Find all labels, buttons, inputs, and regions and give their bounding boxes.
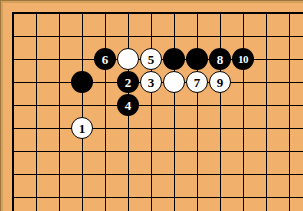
stone-white-9: 9 xyxy=(209,71,231,93)
move-number: 7 xyxy=(194,76,201,89)
move-number: 4 xyxy=(125,99,132,112)
grid-line-horizontal xyxy=(12,197,303,198)
stone-black-6: 6 xyxy=(94,48,116,70)
move-number: 8 xyxy=(217,53,224,66)
stone-white-1: 1 xyxy=(71,117,93,139)
move-number: 1 xyxy=(79,122,86,135)
grid-line-vertical xyxy=(59,12,60,211)
stone-black-8: 8 xyxy=(209,48,231,70)
stone-black xyxy=(186,48,208,70)
move-number: 10 xyxy=(238,54,248,65)
grid-line-horizontal xyxy=(12,105,303,106)
go-board[interactable]: 12345678910 xyxy=(3,3,303,211)
move-number: 5 xyxy=(148,53,155,66)
grid-line-vertical xyxy=(36,12,37,211)
grid-line-vertical xyxy=(12,12,14,211)
stone-white xyxy=(117,48,139,70)
stone-black-2: 2 xyxy=(117,71,139,93)
stone-black xyxy=(163,48,185,70)
grid-line-vertical xyxy=(289,12,290,211)
grid-line-vertical xyxy=(82,12,83,211)
grid-line-vertical xyxy=(220,12,221,211)
move-number: 3 xyxy=(148,76,155,89)
move-number: 9 xyxy=(217,76,224,89)
grid-line-vertical xyxy=(105,12,106,211)
stone-white xyxy=(163,71,185,93)
go-diagram-frame: 12345678910 xyxy=(0,0,303,211)
stone-black-4: 4 xyxy=(117,94,139,116)
grid-line-vertical xyxy=(266,12,267,211)
stone-black-10: 10 xyxy=(232,48,254,70)
stone-white-7: 7 xyxy=(186,71,208,93)
move-number: 2 xyxy=(125,76,132,89)
grid-line-horizontal xyxy=(12,174,303,175)
grid-line-horizontal xyxy=(12,151,303,152)
move-number: 6 xyxy=(102,53,109,66)
grid-line-vertical xyxy=(243,12,244,211)
grid-line-vertical xyxy=(151,12,152,211)
grid-line-vertical xyxy=(197,12,198,211)
grid-line-vertical xyxy=(174,12,175,211)
stone-white-5: 5 xyxy=(140,48,162,70)
grid-line-horizontal xyxy=(12,36,303,37)
stone-white-3: 3 xyxy=(140,71,162,93)
stone-black xyxy=(71,71,93,93)
grid-line-horizontal xyxy=(12,12,303,14)
go-diagram-frame-inner: 12345678910 xyxy=(1,1,303,211)
grid-line-horizontal xyxy=(12,128,303,129)
